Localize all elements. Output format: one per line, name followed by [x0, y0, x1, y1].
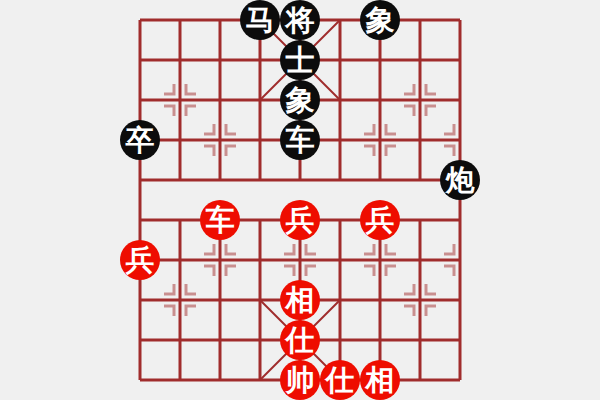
position-marker: [164, 306, 174, 316]
position-marker: [364, 124, 374, 134]
position-marker: [386, 124, 396, 134]
position-marker: [444, 124, 454, 134]
piece-black-elephant[interactable]: 象: [280, 80, 320, 120]
position-marker: [364, 266, 374, 276]
piece-black-king[interactable]: 将: [280, 0, 320, 40]
piece-red-elephant[interactable]: 相: [280, 280, 320, 320]
piece-red-advisor[interactable]: 仕: [320, 360, 360, 400]
position-marker: [164, 284, 174, 294]
position-marker: [404, 284, 414, 294]
position-marker: [426, 306, 436, 316]
position-marker: [284, 266, 294, 276]
position-marker: [364, 146, 374, 156]
position-marker: [284, 244, 294, 254]
position-marker: [404, 306, 414, 316]
piece-red-advisor[interactable]: 仕: [280, 320, 320, 360]
piece-black-advisor[interactable]: 士: [280, 40, 320, 80]
position-marker: [444, 244, 454, 254]
position-marker: [226, 146, 236, 156]
position-marker: [426, 84, 436, 94]
position-marker: [404, 84, 414, 94]
position-marker: [444, 266, 454, 276]
position-marker: [186, 284, 196, 294]
position-marker: [204, 146, 214, 156]
piece-black-horse[interactable]: 马: [240, 0, 280, 40]
position-marker: [226, 244, 236, 254]
xiangqi-app-screen: 马将象士象卒车炮车兵兵兵相仕帅仕相: [0, 0, 600, 400]
position-marker: [306, 266, 316, 276]
position-marker: [204, 244, 214, 254]
position-marker: [204, 266, 214, 276]
position-marker: [386, 146, 396, 156]
position-marker: [426, 284, 436, 294]
piece-black-cannon[interactable]: 炮: [440, 160, 480, 200]
position-marker: [386, 266, 396, 276]
position-marker: [426, 106, 436, 116]
position-marker: [186, 84, 196, 94]
piece-red-pawn[interactable]: 兵: [280, 200, 320, 240]
piece-black-pawn[interactable]: 卒: [120, 120, 160, 160]
position-marker: [226, 124, 236, 134]
position-marker: [226, 266, 236, 276]
piece-red-pawn[interactable]: 兵: [120, 240, 160, 280]
piece-red-elephant[interactable]: 相: [360, 360, 400, 400]
position-marker: [444, 146, 454, 156]
position-marker: [204, 124, 214, 134]
piece-red-king[interactable]: 帅: [280, 360, 320, 400]
position-marker: [386, 244, 396, 254]
position-marker: [404, 106, 414, 116]
position-marker: [364, 244, 374, 254]
position-marker: [306, 244, 316, 254]
position-marker: [186, 106, 196, 116]
piece-black-chariot[interactable]: 车: [280, 120, 320, 160]
piece-black-elephant[interactable]: 象: [360, 0, 400, 40]
position-marker: [164, 106, 174, 116]
position-marker: [186, 306, 196, 316]
position-marker: [164, 84, 174, 94]
piece-red-chariot[interactable]: 车: [200, 200, 240, 240]
piece-red-pawn[interactable]: 兵: [360, 200, 400, 240]
